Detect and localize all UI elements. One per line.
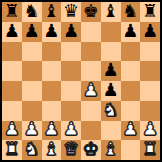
square-c6[interactable] (42, 42, 62, 62)
square-h5[interactable] (140, 61, 160, 81)
black-pawn[interactable]: ♟ (24, 22, 40, 40)
square-a5[interactable] (2, 61, 22, 81)
square-h8[interactable]: ♜ (140, 2, 160, 22)
square-d4[interactable] (61, 81, 81, 101)
square-a2[interactable]: ♟ (2, 121, 22, 141)
black-pawn[interactable]: ♟ (122, 22, 138, 40)
square-d8[interactable]: ♛ (61, 2, 81, 22)
square-g4[interactable] (121, 81, 141, 101)
square-g8[interactable]: ♞ (121, 2, 141, 22)
square-e5[interactable] (81, 61, 101, 81)
square-f6[interactable] (101, 42, 121, 62)
black-pawn[interactable]: ♟ (63, 22, 79, 40)
square-b3[interactable] (22, 101, 42, 121)
square-h3[interactable] (140, 101, 160, 121)
white-rook[interactable]: ♜ (142, 140, 158, 158)
square-e8[interactable]: ♚ (81, 2, 101, 22)
square-e3[interactable] (81, 101, 101, 121)
square-a6[interactable] (2, 42, 22, 62)
square-e2[interactable] (81, 121, 101, 141)
square-a8[interactable]: ♜ (2, 2, 22, 22)
square-g1[interactable] (121, 140, 141, 160)
white-pawn[interactable]: ♟ (4, 121, 20, 139)
square-c3[interactable] (42, 101, 62, 121)
square-e6[interactable] (81, 42, 101, 62)
black-pawn[interactable]: ♟ (4, 22, 20, 40)
square-h7[interactable]: ♟ (140, 22, 160, 42)
square-g5[interactable] (121, 61, 141, 81)
square-f5[interactable]: ♟ (101, 61, 121, 81)
black-queen[interactable]: ♛ (63, 2, 79, 20)
black-pawn[interactable]: ♟ (142, 22, 158, 40)
square-f1[interactable]: ♝ (101, 140, 121, 160)
square-h6[interactable] (140, 42, 160, 62)
chess-board: ♜♞♝♛♚♝♞♜♟♟♟♟♟♟♟♟♟♞♟♟♟♟♟♟♜♞♝♛♚♝♜ (0, 0, 162, 162)
square-a4[interactable] (2, 81, 22, 101)
square-b7[interactable]: ♟ (22, 22, 42, 42)
square-f8[interactable]: ♝ (101, 2, 121, 22)
white-pawn[interactable]: ♟ (122, 121, 138, 139)
square-b4[interactable] (22, 81, 42, 101)
square-b1[interactable]: ♞ (22, 140, 42, 160)
square-b6[interactable] (22, 42, 42, 62)
white-pawn[interactable]: ♟ (24, 121, 40, 139)
square-b8[interactable]: ♞ (22, 2, 42, 22)
square-g6[interactable] (121, 42, 141, 62)
black-king[interactable]: ♚ (83, 2, 99, 20)
square-h2[interactable]: ♟ (140, 121, 160, 141)
square-h1[interactable]: ♜ (140, 140, 160, 160)
square-d5[interactable] (61, 61, 81, 81)
square-g7[interactable]: ♟ (121, 22, 141, 42)
square-d7[interactable]: ♟ (61, 22, 81, 42)
white-knight[interactable]: ♞ (103, 101, 119, 119)
square-e4[interactable]: ♟ (81, 81, 101, 101)
black-rook[interactable]: ♜ (142, 2, 158, 20)
black-bishop[interactable]: ♝ (43, 2, 59, 20)
white-rook[interactable]: ♜ (4, 140, 20, 158)
square-a7[interactable]: ♟ (2, 22, 22, 42)
square-a3[interactable] (2, 101, 22, 121)
black-rook[interactable]: ♜ (4, 2, 20, 20)
white-pawn[interactable]: ♟ (63, 121, 79, 139)
square-f4[interactable]: ♟ (101, 81, 121, 101)
square-g3[interactable] (121, 101, 141, 121)
square-g2[interactable]: ♟ (121, 121, 141, 141)
white-knight[interactable]: ♞ (24, 140, 40, 158)
white-king[interactable]: ♚ (83, 140, 99, 158)
white-pawn[interactable]: ♟ (83, 81, 99, 99)
square-d3[interactable] (61, 101, 81, 121)
square-b2[interactable]: ♟ (22, 121, 42, 141)
square-e1[interactable]: ♚ (81, 140, 101, 160)
black-knight[interactable]: ♞ (122, 2, 138, 20)
square-f2[interactable] (101, 121, 121, 141)
white-pawn[interactable]: ♟ (142, 121, 158, 139)
black-pawn[interactable]: ♟ (103, 81, 119, 99)
white-pawn[interactable]: ♟ (43, 121, 59, 139)
black-pawn[interactable]: ♟ (103, 61, 119, 79)
square-b5[interactable] (22, 61, 42, 81)
square-d2[interactable]: ♟ (61, 121, 81, 141)
square-h4[interactable] (140, 81, 160, 101)
square-f7[interactable] (101, 22, 121, 42)
square-a1[interactable]: ♜ (2, 140, 22, 160)
black-knight[interactable]: ♞ (24, 2, 40, 20)
square-c2[interactable]: ♟ (42, 121, 62, 141)
square-c1[interactable]: ♝ (42, 140, 62, 160)
black-bishop[interactable]: ♝ (103, 2, 119, 20)
square-d6[interactable] (61, 42, 81, 62)
black-pawn[interactable]: ♟ (43, 22, 59, 40)
white-queen[interactable]: ♛ (63, 140, 79, 158)
square-c8[interactable]: ♝ (42, 2, 62, 22)
square-c7[interactable]: ♟ (42, 22, 62, 42)
square-e7[interactable] (81, 22, 101, 42)
square-f3[interactable]: ♞ (101, 101, 121, 121)
square-d1[interactable]: ♛ (61, 140, 81, 160)
square-c4[interactable] (42, 81, 62, 101)
white-bishop[interactable]: ♝ (43, 140, 59, 158)
white-bishop[interactable]: ♝ (103, 140, 119, 158)
square-c5[interactable] (42, 61, 62, 81)
